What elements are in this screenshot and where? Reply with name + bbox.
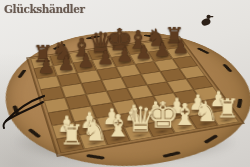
square-a1[interactable]: ♜ xyxy=(56,135,84,153)
photo-scene: Glückshändler ♜♞♝♛♚♝♞♜♟♟♟♟♟♟♟♟♟♟♟♟♟♟♟♟♜♞… xyxy=(0,0,250,167)
lace-slit xyxy=(222,64,232,72)
black-pawn[interactable]: ♟ xyxy=(28,56,64,75)
chess-board[interactable]: ♜♞♝♛♚♝♞♜♟♟♟♟♟♟♟♟♟♟♟♟♟♟♟♟♜♞♝♛♚♝♞♜ xyxy=(27,37,244,157)
lace-slit xyxy=(17,70,26,78)
brand-logo: Glückshändler xyxy=(4,3,85,15)
lace-slit xyxy=(196,48,209,55)
square-c5[interactable] xyxy=(81,80,106,94)
lace-slit xyxy=(203,134,218,143)
lace-slit xyxy=(162,151,181,158)
cord-knot-icon xyxy=(199,11,214,28)
white-rook[interactable]: ♜ xyxy=(50,122,92,149)
drawstring-cord-icon xyxy=(0,88,46,136)
lace-slit xyxy=(86,154,105,160)
